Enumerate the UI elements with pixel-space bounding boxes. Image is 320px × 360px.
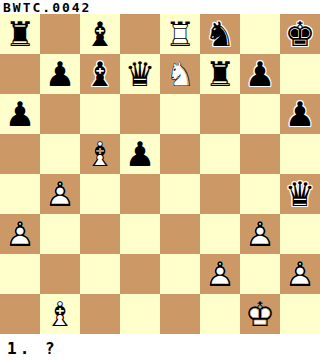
piece-white-pawn: ♟♙ (200, 254, 240, 294)
piece-white-rook: ♜♖ (160, 14, 200, 54)
piece-black-rook: ♜ (0, 14, 40, 54)
square-c8[interactable]: ♝ (80, 14, 120, 54)
square-d3[interactable] (120, 214, 160, 254)
white-piece-outline: ♙ (280, 254, 320, 294)
square-f4[interactable] (200, 174, 240, 214)
piece-white-bishop: ♝♗ (40, 294, 80, 334)
square-e4[interactable] (160, 174, 200, 214)
piece-white-knight: ♞♘ (160, 54, 200, 94)
square-h5[interactable] (280, 134, 320, 174)
square-h2[interactable]: ♟♙ (280, 254, 320, 294)
piece-white-pawn: ♟♙ (0, 214, 40, 254)
square-g3[interactable]: ♟♙ (240, 214, 280, 254)
square-e5[interactable] (160, 134, 200, 174)
square-b4[interactable]: ♟♙ (40, 174, 80, 214)
square-g8[interactable] (240, 14, 280, 54)
piece-white-king: ♚♔ (240, 294, 280, 334)
square-c7[interactable]: ♝ (80, 54, 120, 94)
square-b1[interactable]: ♝♗ (40, 294, 80, 334)
square-c2[interactable] (80, 254, 120, 294)
move-prompt: 1. ? (0, 334, 320, 360)
square-a1[interactable] (0, 294, 40, 334)
piece-black-rook: ♜ (200, 54, 240, 94)
piece-black-pawn: ♟ (120, 134, 160, 174)
white-piece-outline: ♖ (160, 14, 200, 54)
square-b8[interactable] (40, 14, 80, 54)
square-f8[interactable]: ♞ (200, 14, 240, 54)
piece-black-pawn: ♟ (0, 94, 40, 134)
square-h4[interactable]: ♛ (280, 174, 320, 214)
square-c6[interactable] (80, 94, 120, 134)
square-d4[interactable] (120, 174, 160, 214)
square-b5[interactable] (40, 134, 80, 174)
piece-white-pawn: ♟♙ (280, 254, 320, 294)
square-c1[interactable] (80, 294, 120, 334)
white-piece-outline: ♗ (80, 134, 120, 174)
square-f2[interactable]: ♟♙ (200, 254, 240, 294)
piece-black-bishop: ♝ (80, 14, 120, 54)
square-h7[interactable] (280, 54, 320, 94)
problem-id-title: BWTC.0042 (0, 0, 320, 14)
white-piece-outline: ♙ (0, 214, 40, 254)
square-d1[interactable] (120, 294, 160, 334)
square-f1[interactable] (200, 294, 240, 334)
square-g1[interactable]: ♚♔ (240, 294, 280, 334)
square-d7[interactable]: ♛ (120, 54, 160, 94)
square-g5[interactable] (240, 134, 280, 174)
square-c4[interactable] (80, 174, 120, 214)
square-g2[interactable] (240, 254, 280, 294)
square-d6[interactable] (120, 94, 160, 134)
square-h3[interactable] (280, 214, 320, 254)
white-piece-outline: ♔ (240, 294, 280, 334)
square-g6[interactable] (240, 94, 280, 134)
square-a4[interactable] (0, 174, 40, 214)
chess-diagram: BWTC.0042 ♜♝♜♖♞♚♟♝♛♞♘♜♟♟♟♝♗♟♟♙♛♟♙♟♙♟♙♟♙♝… (0, 0, 320, 360)
piece-black-queen: ♛ (120, 54, 160, 94)
square-h6[interactable]: ♟ (280, 94, 320, 134)
square-f3[interactable] (200, 214, 240, 254)
square-f7[interactable]: ♜ (200, 54, 240, 94)
square-d5[interactable]: ♟ (120, 134, 160, 174)
piece-white-pawn: ♟♙ (240, 214, 280, 254)
square-d8[interactable] (120, 14, 160, 54)
square-e8[interactable]: ♜♖ (160, 14, 200, 54)
piece-white-bishop: ♝♗ (80, 134, 120, 174)
white-piece-outline: ♙ (40, 174, 80, 214)
piece-black-pawn: ♟ (40, 54, 80, 94)
square-e7[interactable]: ♞♘ (160, 54, 200, 94)
piece-black-pawn: ♟ (280, 94, 320, 134)
square-g4[interactable] (240, 174, 280, 214)
square-g7[interactable]: ♟ (240, 54, 280, 94)
piece-black-queen: ♛ (280, 174, 320, 214)
square-a2[interactable] (0, 254, 40, 294)
square-a8[interactable]: ♜ (0, 14, 40, 54)
square-c5[interactable]: ♝♗ (80, 134, 120, 174)
piece-black-king: ♚ (280, 14, 320, 54)
square-e2[interactable] (160, 254, 200, 294)
square-h8[interactable]: ♚ (280, 14, 320, 54)
square-a5[interactable] (0, 134, 40, 174)
square-a3[interactable]: ♟♙ (0, 214, 40, 254)
square-e3[interactable] (160, 214, 200, 254)
square-b7[interactable]: ♟ (40, 54, 80, 94)
white-piece-outline: ♘ (160, 54, 200, 94)
square-e1[interactable] (160, 294, 200, 334)
piece-black-knight: ♞ (200, 14, 240, 54)
square-f6[interactable] (200, 94, 240, 134)
square-f5[interactable] (200, 134, 240, 174)
piece-white-pawn: ♟♙ (40, 174, 80, 214)
square-b6[interactable] (40, 94, 80, 134)
piece-black-bishop: ♝ (80, 54, 120, 94)
piece-black-pawn: ♟ (240, 54, 280, 94)
square-a6[interactable]: ♟ (0, 94, 40, 134)
square-a7[interactable] (0, 54, 40, 94)
white-piece-outline: ♗ (40, 294, 80, 334)
square-h1[interactable] (280, 294, 320, 334)
square-b2[interactable] (40, 254, 80, 294)
square-e6[interactable] (160, 94, 200, 134)
square-d2[interactable] (120, 254, 160, 294)
square-c3[interactable] (80, 214, 120, 254)
chess-board: ♜♝♜♖♞♚♟♝♛♞♘♜♟♟♟♝♗♟♟♙♛♟♙♟♙♟♙♟♙♝♗♚♔ (0, 14, 320, 334)
white-piece-outline: ♙ (240, 214, 280, 254)
square-b3[interactable] (40, 214, 80, 254)
white-piece-outline: ♙ (200, 254, 240, 294)
